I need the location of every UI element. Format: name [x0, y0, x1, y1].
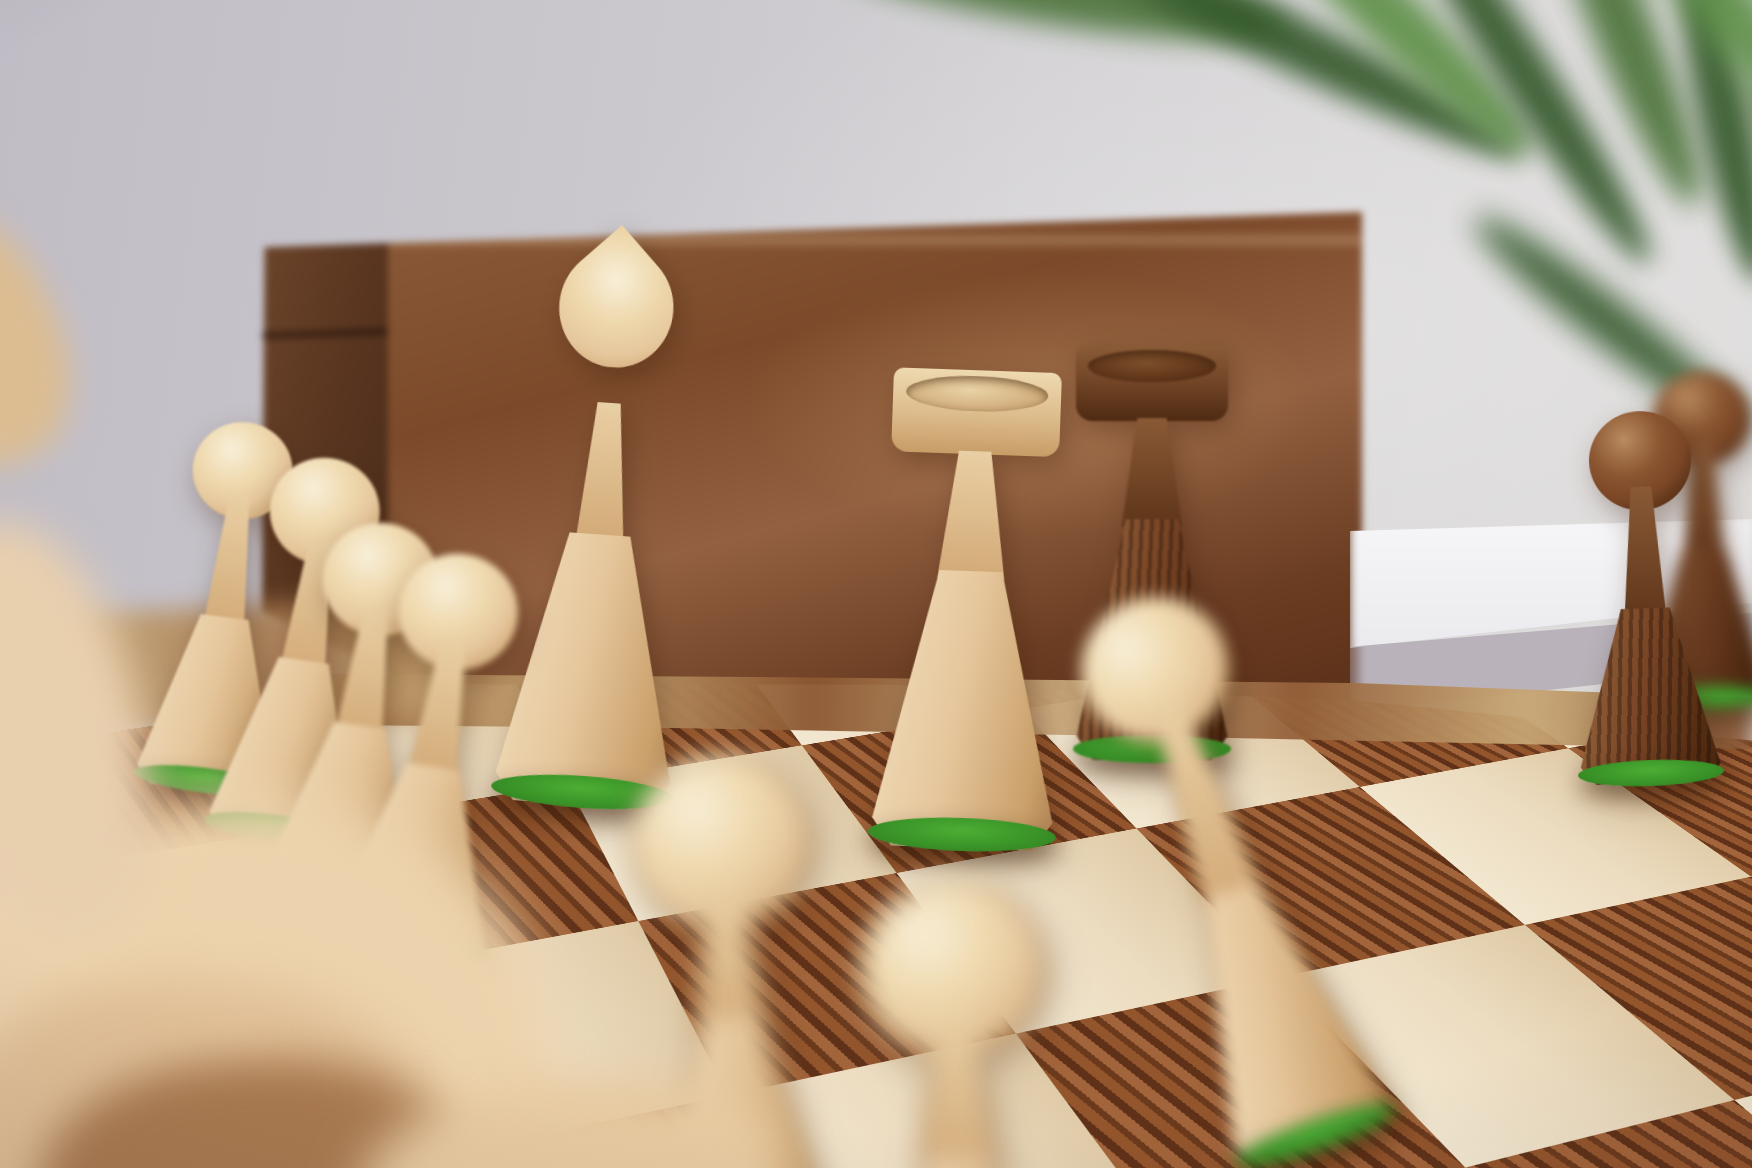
cone: [863, 567, 1069, 851]
neck: [1122, 418, 1183, 527]
cap-top: [1088, 350, 1216, 382]
dark-pawn-1: [1562, 409, 1727, 786]
cone: [636, 1013, 838, 1168]
cap: [891, 367, 1062, 457]
cone: [1569, 606, 1727, 786]
chess-photo-scene: [0, 0, 1752, 1168]
white-rook: [863, 367, 1076, 852]
neck: [937, 450, 1009, 580]
white-pawn-foreground-1: [1048, 573, 1401, 1168]
drop: [533, 225, 698, 390]
white-pawn-foreground-2: [622, 751, 838, 1168]
cap-top: [906, 374, 1048, 414]
white-pawn-foreground-3: [849, 877, 1067, 1168]
blurred-piece-top-left: [0, 186, 103, 493]
neck: [575, 401, 633, 544]
cap: [1076, 345, 1228, 421]
chess-pieces: [0, 0, 1752, 1168]
